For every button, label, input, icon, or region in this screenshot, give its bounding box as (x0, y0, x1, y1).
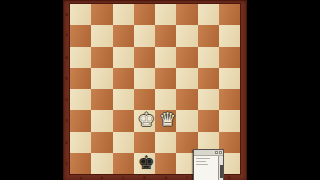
popup-scrollbar[interactable] (218, 156, 223, 180)
square-b8[interactable] (91, 4, 112, 25)
rank-label-8: 8 (63, 4, 70, 25)
square-a4[interactable] (70, 89, 91, 110)
square-e3[interactable]: ♛ (155, 110, 176, 131)
square-a5[interactable] (70, 68, 91, 89)
square-c4[interactable] (113, 89, 134, 110)
file-label-e: e (155, 174, 176, 180)
square-d1[interactable]: ♚ (134, 153, 155, 174)
square-h7[interactable] (219, 25, 240, 46)
square-b6[interactable] (91, 47, 112, 68)
square-a7[interactable] (70, 25, 91, 46)
square-a3[interactable] (70, 110, 91, 131)
square-f7[interactable] (176, 25, 197, 46)
app-window: 87654321 abcdefgh ♚♛♚ (0, 0, 320, 180)
square-e4[interactable] (155, 89, 176, 110)
square-d7[interactable] (134, 25, 155, 46)
rank-label-5: 5 (63, 68, 70, 89)
square-d6[interactable] (134, 47, 155, 68)
popup-close-button[interactable] (219, 151, 222, 154)
square-c1[interactable] (113, 153, 134, 174)
square-f5[interactable] (176, 68, 197, 89)
square-h5[interactable] (219, 68, 240, 89)
square-f4[interactable] (176, 89, 197, 110)
square-e6[interactable] (155, 47, 176, 68)
popup-text-line (196, 158, 210, 159)
black-king[interactable]: ♚ (136, 152, 157, 173)
square-a2[interactable] (70, 132, 91, 153)
square-c6[interactable] (113, 47, 134, 68)
rank-label-1: 1 (63, 153, 70, 174)
square-e2[interactable] (155, 132, 176, 153)
rank-label-7: 7 (63, 25, 70, 46)
square-c3[interactable] (113, 110, 134, 131)
rank-label-6: 6 (63, 47, 70, 68)
popup-text-line (196, 161, 206, 162)
square-c8[interactable] (113, 4, 134, 25)
rank-label-2: 2 (63, 132, 70, 153)
file-label-a: a (70, 174, 91, 180)
square-f3[interactable] (176, 110, 197, 131)
square-a8[interactable] (70, 4, 91, 25)
square-b7[interactable] (91, 25, 112, 46)
square-e5[interactable] (155, 68, 176, 89)
square-d2[interactable] (134, 132, 155, 153)
square-c2[interactable] (113, 132, 134, 153)
square-g3[interactable] (198, 110, 219, 131)
popup-scrollbar-thumb[interactable] (220, 165, 223, 178)
square-g5[interactable] (198, 68, 219, 89)
rank-label-3: 3 (63, 110, 70, 131)
square-b3[interactable] (91, 110, 112, 131)
square-a6[interactable] (70, 47, 91, 68)
square-c7[interactable] (113, 25, 134, 46)
square-d8[interactable] (134, 4, 155, 25)
square-g8[interactable] (198, 4, 219, 25)
square-f8[interactable] (176, 4, 197, 25)
popup-window[interactable] (193, 149, 224, 180)
square-b5[interactable] (91, 68, 112, 89)
square-b2[interactable] (91, 132, 112, 153)
square-h6[interactable] (219, 47, 240, 68)
square-h3[interactable] (219, 110, 240, 131)
square-d3[interactable]: ♚ (134, 110, 155, 131)
rank-labels: 87654321 (63, 4, 70, 174)
square-e7[interactable] (155, 25, 176, 46)
square-f6[interactable] (176, 47, 197, 68)
square-b1[interactable] (91, 153, 112, 174)
square-e8[interactable] (155, 4, 176, 25)
white-king[interactable]: ♚ (136, 109, 157, 130)
square-g7[interactable] (198, 25, 219, 46)
file-label-c: c (113, 174, 134, 180)
square-d4[interactable] (134, 89, 155, 110)
square-a1[interactable] (70, 153, 91, 174)
file-label-b: b (91, 174, 112, 180)
square-d5[interactable] (134, 68, 155, 89)
square-c5[interactable] (113, 68, 134, 89)
popup-minimize-button[interactable] (215, 151, 218, 154)
square-h8[interactable] (219, 4, 240, 25)
square-g6[interactable] (198, 47, 219, 68)
square-b4[interactable] (91, 89, 112, 110)
white-queen[interactable]: ♛ (157, 109, 178, 130)
popup-text-line (196, 164, 208, 165)
square-e1[interactable] (155, 153, 176, 174)
square-g4[interactable] (198, 89, 219, 110)
rank-label-4: 4 (63, 89, 70, 110)
square-h4[interactable] (219, 89, 240, 110)
file-label-d: d (134, 174, 155, 180)
